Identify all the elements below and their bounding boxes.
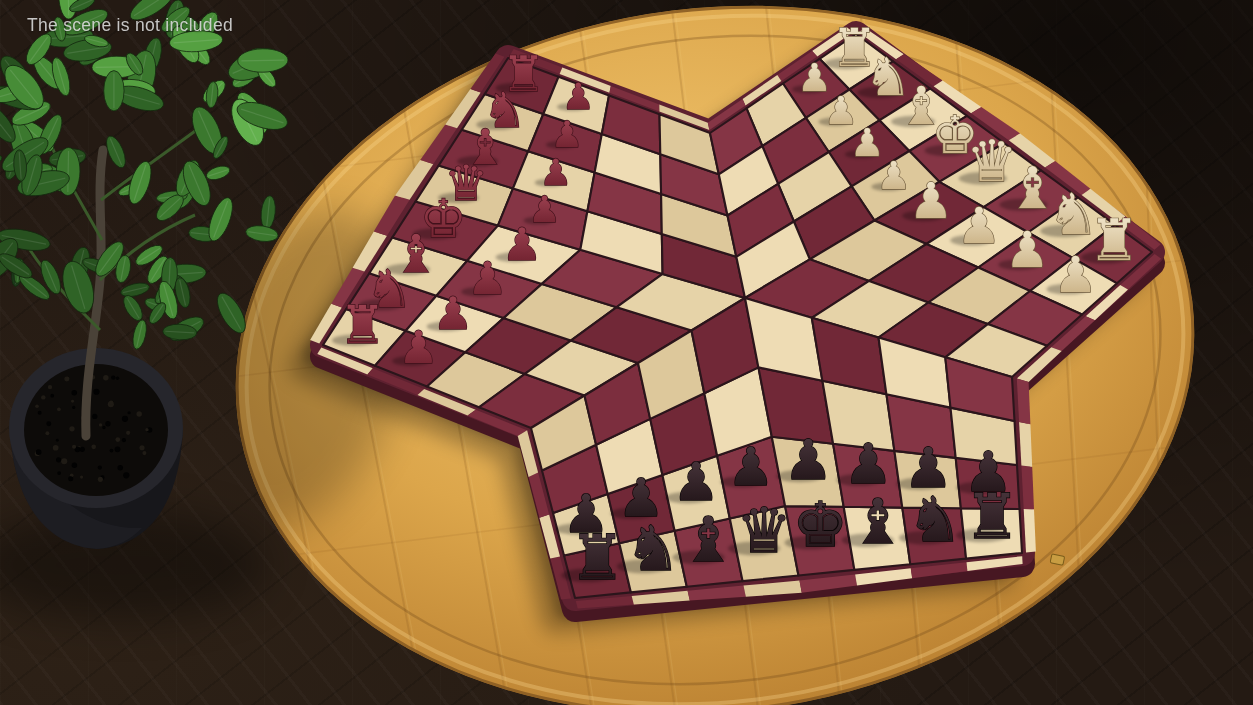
black-pawn: ♟ xyxy=(727,436,774,497)
maroon-pawn: ♟ xyxy=(502,218,542,271)
maroon-pawn: ♟ xyxy=(551,113,584,156)
black-rook: ♜ xyxy=(570,521,626,594)
scene-render: ♜♜♟♞♟♝♟♞♟♚♟♝♛♟♟♛♝♟♟♞♚♟♜♟♟♝♟♟♞♟♜♟♟♟♟♟♟♟♟♟… xyxy=(0,0,1253,705)
maroon-pawn: ♟ xyxy=(398,321,438,374)
maroon-pawn: ♟ xyxy=(562,75,595,118)
maroon-pawn: ♟ xyxy=(433,287,473,340)
black-queen: ♛ xyxy=(736,494,792,567)
maroon-pawn: ♟ xyxy=(467,252,507,305)
white-pawn: ♟ xyxy=(1005,221,1050,279)
white-pawn: ♟ xyxy=(957,197,1002,255)
white-pawn: ♟ xyxy=(909,172,954,230)
black-knight: ♞ xyxy=(625,512,681,585)
plant-leaves xyxy=(0,0,291,350)
maroon-pawn: ♟ xyxy=(540,151,573,194)
watermark-text: The scene is not included xyxy=(27,15,233,36)
black-king: ♚ xyxy=(793,488,849,561)
black-bishop: ♝ xyxy=(681,503,737,576)
black-bishop: ♝ xyxy=(850,485,906,558)
maroon-rook: ♜ xyxy=(339,294,386,355)
scene: ♜♜♟♞♟♝♟♞♟♚♟♝♛♟♟♛♝♟♟♞♚♟♜♟♟♝♟♟♞♟♜♟♟♟♟♟♟♟♟♟… xyxy=(0,0,1253,705)
black-rook: ♜ xyxy=(964,480,1020,553)
black-knight: ♞ xyxy=(907,483,963,556)
white-pawn: ♟ xyxy=(876,153,911,198)
black-pawn: ♟ xyxy=(784,428,834,492)
white-pawn: ♟ xyxy=(1053,246,1098,304)
